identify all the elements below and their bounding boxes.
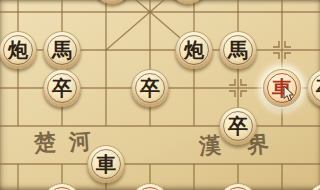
piece-g2[interactable]: 馬	[219, 31, 257, 69]
piece-c3[interactable]: 卒	[43, 69, 81, 107]
piece-g4[interactable]: 卒	[219, 107, 257, 145]
piece-label: 卒	[52, 78, 72, 98]
river-text-char-0: 楚	[33, 127, 57, 158]
piece-e3[interactable]: 卒	[131, 69, 169, 107]
piece-c2[interactable]: 馬	[43, 31, 81, 69]
piece-h3[interactable]: 車	[263, 69, 301, 107]
piece-label: 卒	[140, 78, 160, 98]
xiangqi-board[interactable]: 楚河漢界 炮馬炮馬卒卒卒卒車車	[0, 0, 320, 190]
piece-b2[interactable]: 炮	[0, 31, 37, 69]
river-text-char-2: 漢	[198, 130, 222, 161]
piece-label: 馬	[228, 40, 248, 60]
mouse-cursor-icon	[283, 86, 295, 102]
piece-d5[interactable]: 車	[87, 145, 125, 183]
river-text-char-1: 河	[68, 126, 92, 157]
piece-f2[interactable]: 炮	[175, 31, 213, 69]
piece-label: 卒	[316, 78, 320, 98]
piece-label: 車	[96, 154, 116, 174]
piece-label: 馬	[52, 40, 72, 60]
piece-label: 炮	[8, 40, 28, 60]
piece-label: 炮	[184, 40, 204, 60]
piece-label: 卒	[228, 116, 248, 136]
